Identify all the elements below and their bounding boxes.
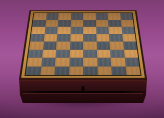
square-a8[interactable] [33, 13, 46, 20]
square-b4[interactable] [43, 42, 57, 50]
square-e7[interactable] [83, 20, 96, 27]
square-d3[interactable] [69, 49, 83, 57]
square-e6[interactable] [83, 27, 96, 34]
square-c5[interactable] [57, 34, 70, 42]
board-perspective-wrap [19, 10, 147, 79]
square-g1[interactable] [111, 66, 126, 75]
square-e4[interactable] [83, 42, 96, 50]
board-grid [26, 13, 141, 75]
square-g2[interactable] [111, 58, 126, 67]
keyhole [82, 86, 85, 91]
square-h1[interactable] [125, 66, 140, 75]
square-d2[interactable] [69, 58, 83, 67]
square-h7[interactable] [120, 20, 133, 27]
drawer-seam-highlight [23, 93, 143, 94]
square-e2[interactable] [83, 58, 97, 67]
square-b5[interactable] [43, 34, 57, 42]
square-f8[interactable] [95, 13, 108, 20]
square-g3[interactable] [110, 49, 124, 57]
board-frame [19, 10, 147, 79]
game-box-body [19, 78, 147, 103]
square-h5[interactable] [122, 34, 136, 42]
square-a1[interactable] [26, 66, 41, 75]
square-d6[interactable] [70, 27, 83, 34]
square-g6[interactable] [108, 27, 121, 34]
square-c1[interactable] [54, 66, 69, 75]
square-c2[interactable] [55, 58, 69, 67]
square-d7[interactable] [70, 20, 83, 27]
square-a2[interactable] [27, 58, 42, 67]
square-e5[interactable] [83, 34, 96, 42]
square-c6[interactable] [57, 27, 70, 34]
square-e8[interactable] [83, 13, 95, 20]
square-h4[interactable] [123, 42, 137, 50]
square-h6[interactable] [121, 27, 135, 34]
square-f2[interactable] [97, 58, 111, 67]
square-h8[interactable] [120, 13, 133, 20]
square-c7[interactable] [58, 20, 71, 27]
square-f1[interactable] [97, 66, 112, 75]
square-d1[interactable] [69, 66, 83, 75]
square-a5[interactable] [30, 34, 44, 42]
square-b6[interactable] [44, 27, 57, 34]
square-e1[interactable] [83, 66, 97, 75]
square-f6[interactable] [96, 27, 109, 34]
square-g5[interactable] [109, 34, 123, 42]
square-b1[interactable] [40, 66, 55, 75]
square-f7[interactable] [95, 20, 108, 27]
square-g4[interactable] [109, 42, 123, 50]
square-a6[interactable] [31, 27, 45, 34]
square-h3[interactable] [123, 49, 138, 57]
square-e3[interactable] [83, 49, 97, 57]
square-f4[interactable] [96, 42, 110, 50]
square-d5[interactable] [70, 34, 83, 42]
square-a4[interactable] [29, 42, 43, 50]
square-b3[interactable] [42, 49, 56, 57]
square-f5[interactable] [96, 34, 109, 42]
square-b2[interactable] [41, 58, 56, 67]
square-g7[interactable] [108, 20, 121, 27]
square-b7[interactable] [45, 20, 58, 27]
square-a3[interactable] [28, 49, 43, 57]
square-g8[interactable] [107, 13, 120, 20]
square-a7[interactable] [32, 20, 45, 27]
square-h2[interactable] [124, 58, 139, 67]
square-c8[interactable] [58, 13, 71, 20]
square-b8[interactable] [46, 13, 59, 20]
photo-background [0, 0, 164, 118]
square-d8[interactable] [71, 13, 83, 20]
square-f3[interactable] [96, 49, 110, 57]
square-c3[interactable] [55, 49, 69, 57]
square-c4[interactable] [56, 42, 70, 50]
square-d4[interactable] [70, 42, 83, 50]
